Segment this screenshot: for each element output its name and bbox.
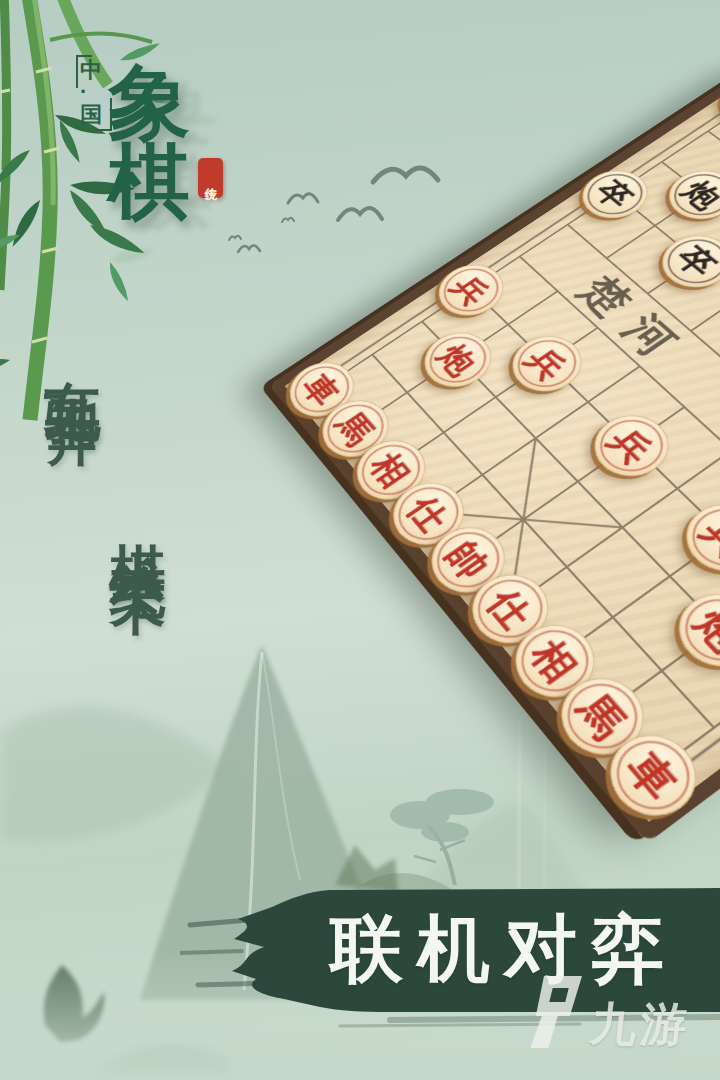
xiangqi-board: 楚 河 漢 界 車馬象士將士象馬車炮炮卒卒卒卒卒兵兵兵兵兵炮炮車馬相仕帥仕相馬車: [269, 63, 720, 843]
river-text-he: 河: [612, 306, 687, 364]
watermark: 九游: [524, 972, 697, 1056]
logo-title: 象 棋: [108, 64, 190, 221]
poster: 车驰马奔 棋术绝天下: [0, 0, 720, 1080]
logo-country-label: 中·国: [80, 59, 104, 126]
slogan-column-1: 车驰马奔: [35, 334, 111, 378]
tradition-seal: 传统: [198, 158, 223, 198]
river-text-chu: 楚: [569, 268, 642, 324]
logo-title-char-2: 棋: [108, 143, 190, 222]
jiuyou-9-icon: [524, 972, 588, 1052]
logo-title-char-1: 象: [108, 64, 190, 143]
logo: 中·国 象 棋 传统: [70, 50, 250, 250]
watermark-brand-label: 九游: [588, 994, 695, 1056]
slogan-column-2: 棋术绝天下: [100, 498, 176, 553]
